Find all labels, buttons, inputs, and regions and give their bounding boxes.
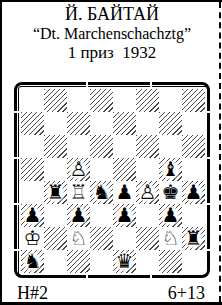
square-e6 — [113, 135, 136, 158]
square-e3: ♟ — [113, 204, 136, 227]
border-seam — [86, 82, 88, 88]
border-seam — [14, 111, 20, 113]
square-d7 — [90, 112, 113, 135]
square-b3 — [44, 204, 67, 227]
diagram-card: Й. БАЙТАЙ “Dt. Marchenschachztg” 1 приз … — [0, 0, 222, 305]
piece-black-queen: ♛ — [113, 250, 136, 273]
square-h5 — [182, 158, 205, 181]
piece-black-pawn: ♟ — [113, 181, 136, 204]
square-b4: ♜ — [44, 181, 67, 204]
square-g5: ♝ — [159, 158, 182, 181]
piece-white-knight: ♘ — [159, 227, 182, 250]
square-h1 — [182, 250, 205, 273]
square-g2: ♘ — [159, 227, 182, 250]
square-a8 — [21, 89, 44, 112]
problem-footer: H#2 6+13 — [2, 278, 222, 304]
square-b1 — [44, 250, 67, 273]
square-c3: ♟ — [67, 204, 90, 227]
border-seam — [14, 157, 20, 159]
border-seam — [204, 249, 210, 251]
piece-black-rook: ♜ — [182, 227, 205, 250]
piece-black-pawn: ♟ — [21, 204, 44, 227]
border-seam — [204, 111, 210, 113]
piece-white-knight: ♘ — [67, 227, 90, 250]
square-h3 — [182, 204, 205, 227]
square-a4 — [21, 181, 44, 204]
square-g3: ♟ — [159, 204, 182, 227]
material-count-label: 6+13 — [168, 283, 205, 304]
square-a1: ♞ — [21, 250, 44, 273]
square-f5 — [136, 158, 159, 181]
square-g6 — [159, 135, 182, 158]
square-f8 — [136, 89, 159, 112]
border-seam — [150, 272, 152, 278]
square-d4: ♞ — [90, 181, 113, 204]
piece-black-rook: ♜ — [44, 181, 67, 204]
square-h7 — [182, 112, 205, 135]
border-seam — [86, 272, 88, 278]
square-b8 — [44, 89, 67, 112]
square-c1 — [67, 250, 90, 273]
square-e4: ♟ — [113, 181, 136, 204]
border-seam — [204, 203, 210, 205]
square-h6 — [182, 135, 205, 158]
square-f3 — [136, 204, 159, 227]
square-d2 — [90, 227, 113, 250]
square-d8 — [90, 89, 113, 112]
stipulation-label: H#2 — [17, 283, 48, 304]
square-e1: ♛ — [113, 250, 136, 273]
chessboard: ♙♝♜♖♞♟♙♚♟♟♟♟♟♔♘♘♜♞♛ — [14, 82, 210, 278]
square-f2 — [136, 227, 159, 250]
square-g7 — [159, 112, 182, 135]
border-seam — [204, 157, 210, 159]
square-a2: ♔ — [21, 227, 44, 250]
board-inner-border: ♙♝♜♖♞♟♙♚♟♟♟♟♟♔♘♘♜♞♛ — [18, 86, 208, 276]
source-title: “Dt. Marchenschachztg” — [2, 24, 222, 43]
piece-black-knight: ♞ — [90, 181, 113, 204]
square-h8 — [182, 89, 205, 112]
border-seam — [150, 82, 152, 88]
square-f1 — [136, 250, 159, 273]
square-h2: ♜ — [182, 227, 205, 250]
piece-white-king: ♔ — [21, 227, 44, 250]
square-h4: ♟ — [182, 181, 205, 204]
square-c4: ♖ — [67, 181, 90, 204]
square-b2 — [44, 227, 67, 250]
square-d3 — [90, 204, 113, 227]
piece-white-pawn: ♙ — [136, 181, 159, 204]
square-b6 — [44, 135, 67, 158]
square-f7 — [136, 112, 159, 135]
square-c8 — [67, 89, 90, 112]
board-outer-border: ♙♝♜♖♞♟♙♚♟♟♟♟♟♔♘♘♜♞♛ — [14, 82, 210, 278]
square-c6 — [67, 135, 90, 158]
board-grid: ♙♝♜♖♞♟♙♚♟♟♟♟♟♔♘♘♜♞♛ — [21, 89, 205, 273]
clipping-dashed-edge — [219, 2, 221, 302]
square-b5 — [44, 158, 67, 181]
piece-white-pawn: ♙ — [67, 158, 90, 181]
square-e2 — [113, 227, 136, 250]
square-a6 — [21, 135, 44, 158]
border-seam — [14, 203, 20, 205]
piece-black-bishop: ♝ — [159, 158, 182, 181]
square-b7 — [44, 112, 67, 135]
piece-black-pawn: ♟ — [182, 181, 205, 204]
author-name: Й. БАЙТАЙ — [2, 5, 222, 24]
piece-black-pawn: ♟ — [113, 204, 136, 227]
piece-black-pawn: ♟ — [159, 204, 182, 227]
square-e5 — [113, 158, 136, 181]
piece-black-knight: ♞ — [21, 250, 44, 273]
square-a5 — [21, 158, 44, 181]
square-c7 — [67, 112, 90, 135]
square-d6 — [90, 135, 113, 158]
border-seam — [14, 249, 20, 251]
square-a7 — [21, 112, 44, 135]
piece-black-king: ♚ — [159, 181, 182, 204]
piece-white-rook: ♖ — [67, 181, 90, 204]
square-f6 — [136, 135, 159, 158]
square-a3: ♟ — [21, 204, 44, 227]
square-e8 — [113, 89, 136, 112]
square-c2: ♘ — [67, 227, 90, 250]
square-d5 — [90, 158, 113, 181]
square-f4: ♙ — [136, 181, 159, 204]
piece-black-pawn: ♟ — [67, 204, 90, 227]
square-g4: ♚ — [159, 181, 182, 204]
square-d1 — [90, 250, 113, 273]
square-g8 — [159, 89, 182, 112]
square-c5: ♙ — [67, 158, 90, 181]
square-e7 — [113, 112, 136, 135]
problem-header: Й. БАЙТАЙ “Dt. Marchenschachztg” 1 приз … — [2, 2, 222, 62]
square-g1 — [159, 250, 182, 273]
prize-year: 1 приз 1932 — [2, 43, 222, 62]
